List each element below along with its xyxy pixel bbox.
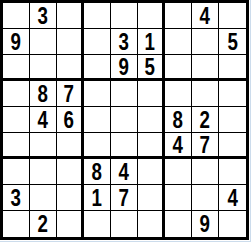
given-digit: 8 bbox=[92, 160, 102, 184]
given-digit: 8 bbox=[173, 108, 183, 132]
cell-r1c1[interactable] bbox=[3, 3, 30, 29]
cell-r5c9[interactable] bbox=[219, 107, 246, 133]
cell-r1c2[interactable]: 3 bbox=[30, 3, 57, 29]
given-digit: 1 bbox=[92, 186, 102, 210]
cell-r3c5[interactable]: 9 bbox=[111, 55, 138, 81]
cell-r2c5[interactable]: 3 bbox=[111, 29, 138, 55]
cell-r8c6[interactable] bbox=[138, 185, 165, 211]
cell-r5c3[interactable]: 6 bbox=[57, 107, 84, 133]
cell-r7c6[interactable] bbox=[138, 159, 165, 185]
cell-r9c7[interactable] bbox=[165, 211, 192, 237]
sudoku-board: 349315958746824784317429 bbox=[0, 0, 249, 240]
cell-r1c5[interactable] bbox=[111, 3, 138, 29]
cell-r5c8[interactable]: 2 bbox=[192, 107, 219, 133]
cell-r1c9[interactable] bbox=[219, 3, 246, 29]
cell-r7c2[interactable] bbox=[30, 159, 57, 185]
cell-r6c7[interactable]: 4 bbox=[165, 133, 192, 159]
given-digit: 4 bbox=[119, 160, 129, 184]
given-digit: 9 bbox=[200, 212, 210, 236]
cell-r1c4[interactable] bbox=[84, 3, 111, 29]
cell-r4c8[interactable] bbox=[192, 81, 219, 107]
given-digit: 8 bbox=[38, 82, 48, 106]
given-digit: 3 bbox=[11, 186, 21, 210]
cell-r7c4[interactable]: 8 bbox=[84, 159, 111, 185]
given-digit: 4 bbox=[200, 4, 210, 28]
cell-r3c7[interactable] bbox=[165, 55, 192, 81]
cell-r1c7[interactable] bbox=[165, 3, 192, 29]
cell-r6c1[interactable] bbox=[3, 133, 30, 159]
given-digit: 7 bbox=[64, 82, 74, 106]
cell-r5c2[interactable]: 4 bbox=[30, 107, 57, 133]
cell-r1c3[interactable] bbox=[57, 3, 84, 29]
cell-r9c4[interactable] bbox=[84, 211, 111, 237]
given-digit: 6 bbox=[64, 108, 74, 132]
cell-r9c8[interactable]: 9 bbox=[192, 211, 219, 237]
cell-r2c9[interactable]: 5 bbox=[219, 29, 246, 55]
given-digit: 4 bbox=[38, 108, 48, 132]
sudoku-page: 349315958746824784317429 bbox=[0, 0, 251, 242]
cell-r6c9[interactable] bbox=[219, 133, 246, 159]
cell-r6c5[interactable] bbox=[111, 133, 138, 159]
cell-r7c8[interactable] bbox=[192, 159, 219, 185]
cell-r4c5[interactable] bbox=[111, 81, 138, 107]
cell-r7c7[interactable] bbox=[165, 159, 192, 185]
cell-r2c6[interactable]: 1 bbox=[138, 29, 165, 55]
cell-r4c4[interactable] bbox=[84, 81, 111, 107]
given-digit: 1 bbox=[145, 30, 155, 54]
given-digit: 4 bbox=[173, 133, 183, 157]
cell-r8c8[interactable] bbox=[192, 185, 219, 211]
cell-r2c1[interactable]: 9 bbox=[3, 29, 30, 55]
cell-r5c7[interactable]: 8 bbox=[165, 107, 192, 133]
cell-r4c3[interactable]: 7 bbox=[57, 81, 84, 107]
cell-r1c6[interactable] bbox=[138, 3, 165, 29]
cell-r3c2[interactable] bbox=[30, 55, 57, 81]
cell-r7c1[interactable] bbox=[3, 159, 30, 185]
cell-r1c8[interactable]: 4 bbox=[192, 3, 219, 29]
cell-r5c6[interactable] bbox=[138, 107, 165, 133]
cell-r6c8[interactable]: 7 bbox=[192, 133, 219, 159]
cell-r5c5[interactable] bbox=[111, 107, 138, 133]
cell-r3c9[interactable] bbox=[219, 55, 246, 81]
cell-r8c1[interactable]: 3 bbox=[3, 185, 30, 211]
spreadsheet-gridline-artifact-right bbox=[250, 0, 251, 242]
given-digit: 5 bbox=[227, 30, 237, 54]
cell-r8c7[interactable] bbox=[165, 185, 192, 211]
cell-r8c9[interactable]: 4 bbox=[219, 185, 246, 211]
cell-r8c2[interactable] bbox=[30, 185, 57, 211]
cell-r2c7[interactable] bbox=[165, 29, 192, 55]
cell-r8c4[interactable]: 1 bbox=[84, 185, 111, 211]
given-digit: 3 bbox=[119, 30, 129, 54]
cell-r8c5[interactable]: 7 bbox=[111, 185, 138, 211]
cell-r3c8[interactable] bbox=[192, 55, 219, 81]
cell-r4c6[interactable] bbox=[138, 81, 165, 107]
cell-r5c1[interactable] bbox=[3, 107, 30, 133]
cell-r3c4[interactable] bbox=[84, 55, 111, 81]
cell-r6c3[interactable] bbox=[57, 133, 84, 159]
given-digit: 7 bbox=[119, 186, 129, 210]
cell-r2c4[interactable] bbox=[84, 29, 111, 55]
cell-r9c3[interactable] bbox=[57, 211, 84, 237]
cell-r6c4[interactable] bbox=[84, 133, 111, 159]
cell-r4c9[interactable] bbox=[219, 81, 246, 107]
cell-r9c5[interactable] bbox=[111, 211, 138, 237]
given-digit: 9 bbox=[119, 55, 129, 79]
given-digit: 3 bbox=[38, 4, 48, 28]
cell-r3c1[interactable] bbox=[3, 55, 30, 81]
cell-r2c8[interactable] bbox=[192, 29, 219, 55]
cell-r9c2[interactable]: 2 bbox=[30, 211, 57, 237]
given-digit: 9 bbox=[11, 30, 21, 54]
cell-r9c1[interactable] bbox=[3, 211, 30, 237]
given-digit: 2 bbox=[38, 212, 48, 236]
given-digit: 7 bbox=[200, 133, 210, 157]
cell-r6c6[interactable] bbox=[138, 133, 165, 159]
cell-r3c3[interactable] bbox=[57, 55, 84, 81]
cell-r7c5[interactable]: 4 bbox=[111, 159, 138, 185]
cell-r4c7[interactable] bbox=[165, 81, 192, 107]
given-digit: 2 bbox=[200, 108, 210, 132]
cell-r8c3[interactable] bbox=[57, 185, 84, 211]
cell-r7c9[interactable] bbox=[219, 159, 246, 185]
cell-r5c4[interactable] bbox=[84, 107, 111, 133]
cell-r9c9[interactable] bbox=[219, 211, 246, 237]
cell-r4c1[interactable] bbox=[3, 81, 30, 107]
cell-r9c6[interactable] bbox=[138, 211, 165, 237]
given-digit: 4 bbox=[227, 186, 237, 210]
cell-r2c3[interactable] bbox=[57, 29, 84, 55]
cell-r7c3[interactable] bbox=[57, 159, 84, 185]
cell-r6c2[interactable] bbox=[30, 133, 57, 159]
cell-r3c6[interactable]: 5 bbox=[138, 55, 165, 81]
cell-r4c2[interactable]: 8 bbox=[30, 81, 57, 107]
cell-r2c2[interactable] bbox=[30, 29, 57, 55]
given-digit: 5 bbox=[145, 55, 155, 79]
